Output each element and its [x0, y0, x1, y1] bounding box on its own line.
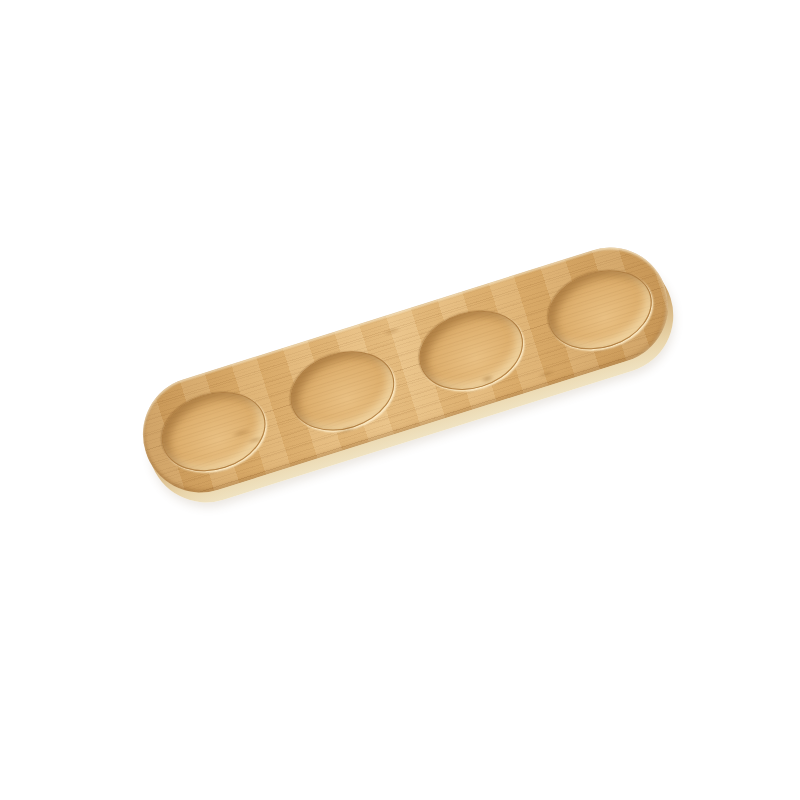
- bamboo-tray: [128, 233, 683, 508]
- tray-recess-1: [152, 379, 276, 483]
- tray-recess-3: [409, 298, 533, 402]
- product-photo-canvas: [0, 0, 800, 800]
- tray-recess-4: [538, 258, 662, 362]
- wood-grain-knot: [378, 324, 405, 339]
- wood-grain-knot: [532, 366, 561, 382]
